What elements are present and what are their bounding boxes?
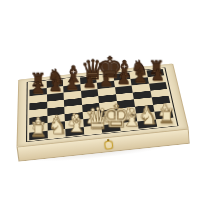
piece-black-knight-g8: ♞ (131, 58, 148, 78)
square-g5 (133, 91, 152, 100)
piece-black-bishop-c8: ♝ (63, 63, 80, 85)
square-f1: ♝ (119, 121, 138, 131)
square-h1: ♜ (155, 117, 175, 127)
brass-clasp-icon (103, 139, 114, 149)
square-a1: ♜ (29, 131, 47, 141)
square-b1: ♞ (47, 129, 65, 139)
square-b5 (47, 100, 65, 109)
piece-black-king-e8: ♚ (97, 53, 114, 82)
square-d1: ♛ (83, 125, 102, 135)
board-grid: ♜♞♝♛♚♝♞♜♟♟♟♟♟♟♟♟♟♟♟♟♟♟♟♟♜♞♝♛♚♝♞♜ (29, 69, 175, 140)
piece-black-knight-b8: ♞ (46, 67, 63, 87)
piece-black-rook-a8: ♜ (29, 71, 46, 89)
square-g6 (132, 84, 150, 93)
square-g1: ♞ (137, 119, 156, 129)
piece-black-bishop-f8: ♝ (114, 58, 131, 80)
folding-chess-box: ♜♞♝♛♚♝♞♜♟♟♟♟♟♟♟♟♟♟♟♟♟♟♟♟♜♞♝♛♚♝♞♜ (9, 13, 189, 193)
piece-black-queen-d8: ♛ (80, 57, 97, 84)
square-b4 (47, 107, 65, 116)
square-c4 (64, 105, 82, 114)
piece-black-rook-h8: ♜ (147, 58, 164, 76)
square-c1: ♝ (65, 127, 84, 137)
board: ♜♞♝♛♚♝♞♜♟♟♟♟♟♟♟♟♟♟♟♟♟♟♟♟♜♞♝♛♚♝♞♜ (17, 63, 189, 147)
square-e1: ♚ (101, 123, 120, 133)
clasp-ring (104, 140, 113, 149)
chess-set-product-photo: ♜♞♝♛♚♝♞♜♟♟♟♟♟♟♟♟♟♟♟♟♟♟♟♟♜♞♝♛♚♝♞♜ (0, 0, 200, 200)
